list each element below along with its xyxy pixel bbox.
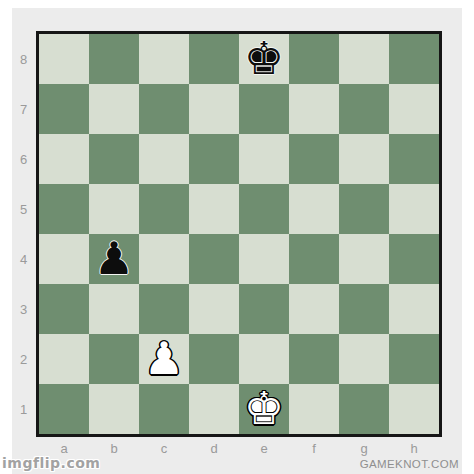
square-g6 (339, 134, 389, 184)
square-g7 (339, 84, 389, 134)
square-f4 (289, 234, 339, 284)
square-c4 (139, 234, 189, 284)
square-e3 (239, 284, 289, 334)
rank-label-6: 6 (13, 134, 34, 184)
square-c7 (139, 84, 189, 134)
square-d7 (189, 84, 239, 134)
file-label-f: f (289, 441, 339, 457)
square-f7 (289, 84, 339, 134)
square-h2 (389, 334, 439, 384)
black-king: ♚ (244, 34, 284, 84)
square-d5 (189, 184, 239, 234)
square-h8 (389, 34, 439, 84)
rank-label-5: 5 (13, 184, 34, 234)
rank-label-2: 2 (13, 334, 34, 384)
square-d1 (189, 384, 239, 434)
gameknot-watermark: GAMEKNOT.COM (360, 458, 459, 470)
square-f3 (289, 284, 339, 334)
square-f8 (289, 34, 339, 84)
square-d2 (189, 334, 239, 384)
rank-label-8: 8 (13, 34, 34, 84)
chess-board: ♚♟♟♚ (36, 31, 442, 437)
square-a6 (39, 134, 89, 184)
square-b8 (89, 34, 139, 84)
square-g5 (339, 184, 389, 234)
square-e7 (239, 84, 289, 134)
square-f6 (289, 134, 339, 184)
square-c1 (139, 384, 189, 434)
square-a1 (39, 384, 89, 434)
square-d8 (189, 34, 239, 84)
square-a7 (39, 84, 89, 134)
white-pawn: ♟ (144, 334, 184, 384)
square-a2 (39, 334, 89, 384)
square-e4 (239, 234, 289, 284)
square-g3 (339, 284, 389, 334)
square-e2 (239, 334, 289, 384)
rank-label-1: 1 (13, 384, 34, 434)
square-b2 (89, 334, 139, 384)
square-b7 (89, 84, 139, 134)
square-b4: ♟ (89, 234, 139, 284)
square-d6 (189, 134, 239, 184)
file-label-c: c (139, 441, 189, 457)
square-a3 (39, 284, 89, 334)
square-g4 (339, 234, 389, 284)
square-a4 (39, 234, 89, 284)
rank-label-4: 4 (13, 234, 34, 284)
square-a5 (39, 184, 89, 234)
file-label-e: e (239, 441, 289, 457)
square-c2: ♟ (139, 334, 189, 384)
square-c5 (139, 184, 189, 234)
file-label-g: g (339, 441, 389, 457)
square-d4 (189, 234, 239, 284)
square-f5 (289, 184, 339, 234)
rank-label-7: 7 (13, 84, 34, 134)
square-b5 (89, 184, 139, 234)
square-h7 (389, 84, 439, 134)
square-g1 (339, 384, 389, 434)
square-c8 (139, 34, 189, 84)
square-e8: ♚ (239, 34, 289, 84)
square-a8 (39, 34, 89, 84)
square-h1 (389, 384, 439, 434)
square-g8 (339, 34, 389, 84)
square-h6 (389, 134, 439, 184)
square-f2 (289, 334, 339, 384)
black-pawn: ♟ (94, 234, 134, 284)
rank-labels: 87654321 (13, 34, 34, 434)
file-label-d: d (189, 441, 239, 457)
rank-label-3: 3 (13, 284, 34, 334)
white-king: ♚ (244, 384, 284, 434)
square-h3 (389, 284, 439, 334)
square-e1: ♚ (239, 384, 289, 434)
square-h5 (389, 184, 439, 234)
square-b3 (89, 284, 139, 334)
square-b6 (89, 134, 139, 184)
square-g2 (339, 334, 389, 384)
file-label-h: h (389, 441, 439, 457)
square-c3 (139, 284, 189, 334)
square-c6 (139, 134, 189, 184)
square-h4 (389, 234, 439, 284)
imgflip-watermark: imgflip.com (2, 455, 100, 471)
square-e5 (239, 184, 289, 234)
square-d3 (189, 284, 239, 334)
square-f1 (289, 384, 339, 434)
square-b1 (89, 384, 139, 434)
square-e6 (239, 134, 289, 184)
